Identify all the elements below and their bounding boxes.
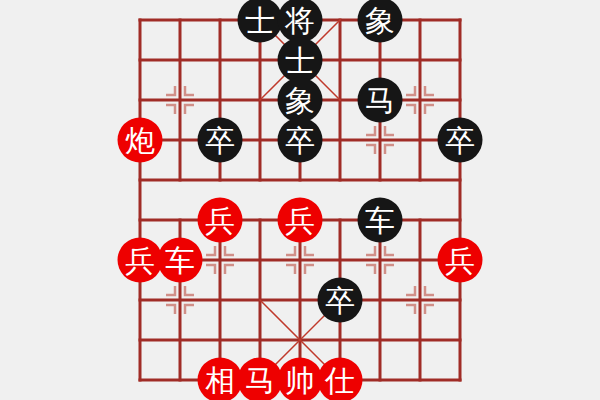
piece-red-soldier[interactable]: 兵 [118, 238, 163, 283]
board-point[interactable]: 马 [360, 80, 400, 120]
board-point[interactable] [320, 320, 360, 360]
board-point[interactable] [360, 320, 400, 360]
piece-black-general[interactable]: 将 [278, 0, 323, 43]
board-point[interactable] [440, 40, 480, 80]
board-point[interactable] [160, 280, 200, 320]
board-point[interactable] [240, 280, 280, 320]
board-point[interactable] [400, 280, 440, 320]
board-point[interactable] [440, 360, 480, 400]
board-point[interactable] [160, 320, 200, 360]
board-point[interactable] [280, 320, 320, 360]
board-point[interactable] [400, 240, 440, 280]
board-point[interactable]: 车 [360, 200, 400, 240]
piece-black-advisor[interactable]: 士 [278, 38, 323, 83]
board-point[interactable] [200, 160, 240, 200]
board-point[interactable] [400, 200, 440, 240]
board-point[interactable] [440, 80, 480, 120]
board-point[interactable] [200, 80, 240, 120]
board-point[interactable]: 象 [280, 80, 320, 120]
board-point[interactable] [400, 0, 440, 40]
board-point[interactable] [160, 120, 200, 160]
board-point[interactable]: 兵 [200, 200, 240, 240]
piece-black-elephant[interactable]: 象 [278, 78, 323, 123]
board-point[interactable]: 卒 [200, 120, 240, 160]
board-point[interactable]: 卒 [440, 120, 480, 160]
xiangqi-board: 士将象士象马炮卒卒卒兵兵车兵车兵卒相马帅仕 [0, 0, 600, 400]
piece-red-soldier[interactable]: 兵 [438, 238, 483, 283]
board-point[interactable] [360, 120, 400, 160]
board-point[interactable] [240, 160, 280, 200]
board-point[interactable] [200, 320, 240, 360]
board-points-grid: 士将象士象马炮卒卒卒兵兵车兵车兵卒相马帅仕 [120, 0, 480, 400]
board-point[interactable]: 兵 [440, 240, 480, 280]
board-point[interactable] [160, 40, 200, 80]
board-point[interactable] [400, 40, 440, 80]
board-point[interactable] [320, 160, 360, 200]
piece-red-advisor[interactable]: 仕 [318, 358, 363, 400]
board-point[interactable] [400, 80, 440, 120]
board-point[interactable] [240, 320, 280, 360]
board-point[interactable] [200, 40, 240, 80]
board-point[interactable] [120, 80, 160, 120]
board-point[interactable] [240, 200, 280, 240]
board-point[interactable] [360, 160, 400, 200]
piece-black-elephant[interactable]: 象 [358, 0, 403, 43]
board-point[interactable] [160, 0, 200, 40]
board-point[interactable] [120, 160, 160, 200]
board-point[interactable] [320, 40, 360, 80]
board-point[interactable]: 象 [360, 0, 400, 40]
piece-black-horse[interactable]: 马 [358, 78, 403, 123]
piece-red-horse[interactable]: 马 [238, 358, 283, 400]
board-point[interactable] [160, 80, 200, 120]
board-point[interactable] [320, 80, 360, 120]
piece-red-soldier[interactable]: 兵 [198, 198, 243, 243]
board-point[interactable]: 帅 [280, 360, 320, 400]
board-point[interactable] [160, 360, 200, 400]
board-point[interactable] [200, 240, 240, 280]
board-point[interactable]: 卒 [320, 280, 360, 320]
board-point[interactable] [240, 240, 280, 280]
board-point[interactable] [240, 120, 280, 160]
board-point[interactable] [440, 280, 480, 320]
board-point[interactable] [160, 200, 200, 240]
board-point[interactable] [440, 160, 480, 200]
board-point[interactable]: 士 [240, 0, 280, 40]
piece-black-soldier[interactable]: 卒 [198, 118, 243, 163]
board-point[interactable] [360, 360, 400, 400]
piece-black-soldier[interactable]: 卒 [438, 118, 483, 163]
board-point[interactable]: 士 [280, 40, 320, 80]
board-point[interactable] [400, 120, 440, 160]
board-point[interactable] [120, 40, 160, 80]
piece-black-chariot[interactable]: 车 [358, 198, 403, 243]
board-point[interactable] [160, 160, 200, 200]
board-point[interactable]: 仕 [320, 360, 360, 400]
board-point[interactable]: 兵 [280, 200, 320, 240]
board-point[interactable] [360, 240, 400, 280]
board-point[interactable] [200, 0, 240, 40]
piece-black-advisor[interactable]: 士 [238, 0, 283, 43]
board-point[interactable] [440, 200, 480, 240]
board-point[interactable]: 兵 [120, 240, 160, 280]
piece-red-chariot[interactable]: 车 [158, 238, 203, 283]
board-point[interactable]: 将 [280, 0, 320, 40]
board-point[interactable] [320, 120, 360, 160]
board-point[interactable] [280, 160, 320, 200]
board-point[interactable] [280, 240, 320, 280]
board-point[interactable] [440, 320, 480, 360]
piece-red-general[interactable]: 帅 [278, 358, 323, 400]
board-point[interactable]: 卒 [280, 120, 320, 160]
board-point[interactable] [320, 240, 360, 280]
piece-black-soldier[interactable]: 卒 [318, 278, 363, 323]
board-point[interactable] [360, 280, 400, 320]
board-point[interactable] [280, 280, 320, 320]
board-point[interactable]: 炮 [120, 120, 160, 160]
board-point[interactable] [120, 280, 160, 320]
board-point[interactable] [120, 200, 160, 240]
board-point[interactable]: 相 [200, 360, 240, 400]
piece-red-elephant[interactable]: 相 [198, 358, 243, 400]
board-point[interactable] [120, 320, 160, 360]
piece-red-cannon[interactable]: 炮 [118, 118, 163, 163]
board-point[interactable] [400, 160, 440, 200]
board-point[interactable] [120, 360, 160, 400]
board-point[interactable] [400, 320, 440, 360]
board-point[interactable] [440, 0, 480, 40]
piece-black-soldier[interactable]: 卒 [278, 118, 323, 163]
board-point[interactable] [240, 40, 280, 80]
board-point[interactable] [320, 200, 360, 240]
board-point[interactable] [360, 40, 400, 80]
board-point[interactable]: 马 [240, 360, 280, 400]
board-point[interactable]: 车 [160, 240, 200, 280]
board-point[interactable] [320, 0, 360, 40]
board-point[interactable] [400, 360, 440, 400]
board-point[interactable] [120, 0, 160, 40]
board-point[interactable] [200, 280, 240, 320]
board-point[interactable] [240, 80, 280, 120]
piece-red-soldier[interactable]: 兵 [278, 198, 323, 243]
